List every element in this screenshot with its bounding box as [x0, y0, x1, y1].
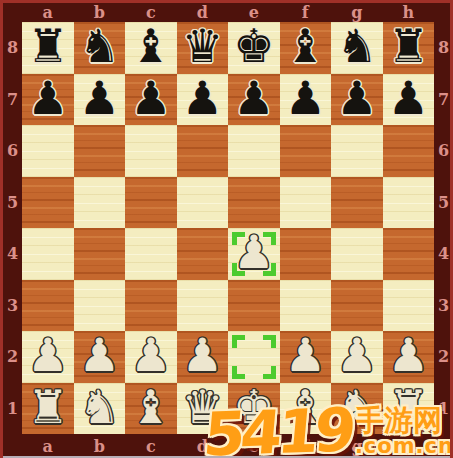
square-a7[interactable]: ♟	[22, 74, 74, 126]
file-labels-bottom: abcdefgh	[22, 434, 434, 458]
square-g6[interactable]	[331, 125, 383, 177]
rank-label-2: 2	[434, 331, 453, 383]
square-g3[interactable]	[331, 280, 383, 332]
file-label-h: h	[383, 3, 435, 22]
square-e7[interactable]: ♟	[228, 74, 280, 126]
square-f1[interactable]: ♝	[280, 383, 332, 435]
square-b8[interactable]: ♞	[74, 22, 126, 74]
rank-label-7: 7	[434, 74, 453, 126]
square-h5[interactable]	[383, 177, 435, 229]
piece-black-pawn: ♟	[233, 75, 274, 121]
square-g4[interactable]	[331, 228, 383, 280]
chess-app: abcdefgh abcdefgh 87654321 87654321 ♜♞♝♛…	[0, 0, 453, 458]
square-c6[interactable]	[125, 125, 177, 177]
piece-white-rook: ♜	[388, 384, 429, 430]
square-b6[interactable]	[74, 125, 126, 177]
piece-white-pawn: ♟	[336, 332, 377, 378]
move-highlight-e2	[232, 335, 276, 379]
square-h8[interactable]: ♜	[383, 22, 435, 74]
piece-black-bishop: ♝	[285, 23, 326, 69]
square-h6[interactable]	[383, 125, 435, 177]
piece-black-pawn: ♟	[79, 75, 120, 121]
square-h4[interactable]	[383, 228, 435, 280]
piece-white-rook: ♜	[27, 384, 68, 430]
square-e8[interactable]: ♚	[228, 22, 280, 74]
square-b7[interactable]: ♟	[74, 74, 126, 126]
square-f3[interactable]	[280, 280, 332, 332]
square-d8[interactable]: ♛	[177, 22, 229, 74]
square-h7[interactable]: ♟	[383, 74, 435, 126]
rank-labels-right: 87654321	[434, 22, 453, 434]
piece-white-pawn: ♟	[233, 229, 274, 275]
square-b5[interactable]	[74, 177, 126, 229]
square-e2[interactable]	[228, 331, 280, 383]
piece-black-queen: ♛	[182, 23, 223, 69]
rank-label-3: 3	[3, 280, 22, 332]
rank-label-8: 8	[434, 22, 453, 74]
square-h2[interactable]: ♟	[383, 331, 435, 383]
piece-white-pawn: ♟	[27, 332, 68, 378]
square-e1[interactable]: ♚	[228, 383, 280, 435]
file-label-e: e	[228, 434, 280, 458]
square-b1[interactable]: ♞	[74, 383, 126, 435]
file-label-c: c	[125, 3, 177, 22]
square-e5[interactable]	[228, 177, 280, 229]
rank-label-4: 4	[3, 228, 22, 280]
rank-label-5: 5	[3, 177, 22, 229]
file-label-b: b	[74, 3, 126, 22]
file-label-a: a	[22, 3, 74, 22]
square-c3[interactable]	[125, 280, 177, 332]
piece-white-pawn: ♟	[79, 332, 120, 378]
square-g8[interactable]: ♞	[331, 22, 383, 74]
rank-label-5: 5	[434, 177, 453, 229]
square-a2[interactable]: ♟	[22, 331, 74, 383]
file-label-h: h	[383, 434, 435, 458]
rank-label-4: 4	[434, 228, 453, 280]
rank-label-1: 1	[434, 383, 453, 435]
square-d4[interactable]	[177, 228, 229, 280]
file-label-f: f	[280, 3, 332, 22]
square-g5[interactable]	[331, 177, 383, 229]
piece-black-pawn: ♟	[285, 75, 326, 121]
square-d3[interactable]	[177, 280, 229, 332]
file-label-e: e	[228, 3, 280, 22]
piece-black-pawn: ♟	[336, 75, 377, 121]
piece-white-bishop: ♝	[130, 384, 171, 430]
square-g1[interactable]: ♞	[331, 383, 383, 435]
piece-black-pawn: ♟	[130, 75, 171, 121]
square-f8[interactable]: ♝	[280, 22, 332, 74]
square-a8[interactable]: ♜	[22, 22, 74, 74]
piece-black-rook: ♜	[27, 23, 68, 69]
piece-black-king: ♚	[233, 23, 274, 69]
piece-white-pawn: ♟	[388, 332, 429, 378]
chess-board: ♜♞♝♛♚♝♞♜♟♟♟♟♟♟♟♟♟♟♟♟♟♟♟♟♜♞♝♛♚♝♞♜	[22, 22, 434, 434]
move-highlight-e4	[232, 232, 276, 276]
square-a4[interactable]	[22, 228, 74, 280]
rank-label-7: 7	[3, 74, 22, 126]
piece-white-pawn: ♟	[182, 332, 223, 378]
square-f4[interactable]	[280, 228, 332, 280]
square-a3[interactable]	[22, 280, 74, 332]
piece-white-king: ♚	[233, 384, 274, 430]
piece-black-knight: ♞	[79, 23, 120, 69]
rank-label-1: 1	[3, 383, 22, 435]
rank-label-6: 6	[3, 125, 22, 177]
square-d5[interactable]	[177, 177, 229, 229]
piece-black-knight: ♞	[336, 23, 377, 69]
square-a1[interactable]: ♜	[22, 383, 74, 435]
square-e4[interactable]: ♟	[228, 228, 280, 280]
square-e3[interactable]	[228, 280, 280, 332]
square-c1[interactable]: ♝	[125, 383, 177, 435]
square-b3[interactable]	[74, 280, 126, 332]
square-d7[interactable]: ♟	[177, 74, 229, 126]
rank-label-6: 6	[434, 125, 453, 177]
piece-white-knight: ♞	[336, 384, 377, 430]
file-labels-top: abcdefgh	[22, 3, 434, 22]
square-a6[interactable]	[22, 125, 74, 177]
file-label-f: f	[280, 434, 332, 458]
square-c7[interactable]: ♟	[125, 74, 177, 126]
square-g7[interactable]: ♟	[331, 74, 383, 126]
square-h1[interactable]: ♜	[383, 383, 435, 435]
piece-black-rook: ♜	[388, 23, 429, 69]
rank-label-2: 2	[3, 331, 22, 383]
square-c2[interactable]: ♟	[125, 331, 177, 383]
square-f7[interactable]: ♟	[280, 74, 332, 126]
file-label-a: a	[22, 434, 74, 458]
square-b4[interactable]	[74, 228, 126, 280]
square-c5[interactable]	[125, 177, 177, 229]
rank-label-3: 3	[434, 280, 453, 332]
piece-white-knight: ♞	[79, 384, 120, 430]
piece-black-bishop: ♝	[130, 23, 171, 69]
square-d2[interactable]: ♟	[177, 331, 229, 383]
rank-labels-left: 87654321	[3, 22, 22, 434]
piece-black-pawn: ♟	[388, 75, 429, 121]
piece-white-queen: ♛	[182, 384, 223, 430]
square-d6[interactable]	[177, 125, 229, 177]
piece-white-bishop: ♝	[285, 384, 326, 430]
file-label-c: c	[125, 434, 177, 458]
piece-black-pawn: ♟	[182, 75, 223, 121]
square-b2[interactable]: ♟	[74, 331, 126, 383]
piece-white-pawn: ♟	[285, 332, 326, 378]
piece-white-pawn: ♟	[130, 332, 171, 378]
square-a5[interactable]	[22, 177, 74, 229]
piece-black-pawn: ♟	[27, 75, 68, 121]
file-label-b: b	[74, 434, 126, 458]
square-d1[interactable]: ♛	[177, 383, 229, 435]
square-e6[interactable]	[228, 125, 280, 177]
square-f5[interactable]	[280, 177, 332, 229]
square-c8[interactable]: ♝	[125, 22, 177, 74]
file-label-d: d	[177, 3, 229, 22]
file-label-g: g	[331, 3, 383, 22]
square-h3[interactable]	[383, 280, 435, 332]
square-f2[interactable]: ♟	[280, 331, 332, 383]
file-label-g: g	[331, 434, 383, 458]
square-g2[interactable]: ♟	[331, 331, 383, 383]
rank-label-8: 8	[3, 22, 22, 74]
square-f6[interactable]	[280, 125, 332, 177]
file-label-d: d	[177, 434, 229, 458]
square-c4[interactable]	[125, 228, 177, 280]
